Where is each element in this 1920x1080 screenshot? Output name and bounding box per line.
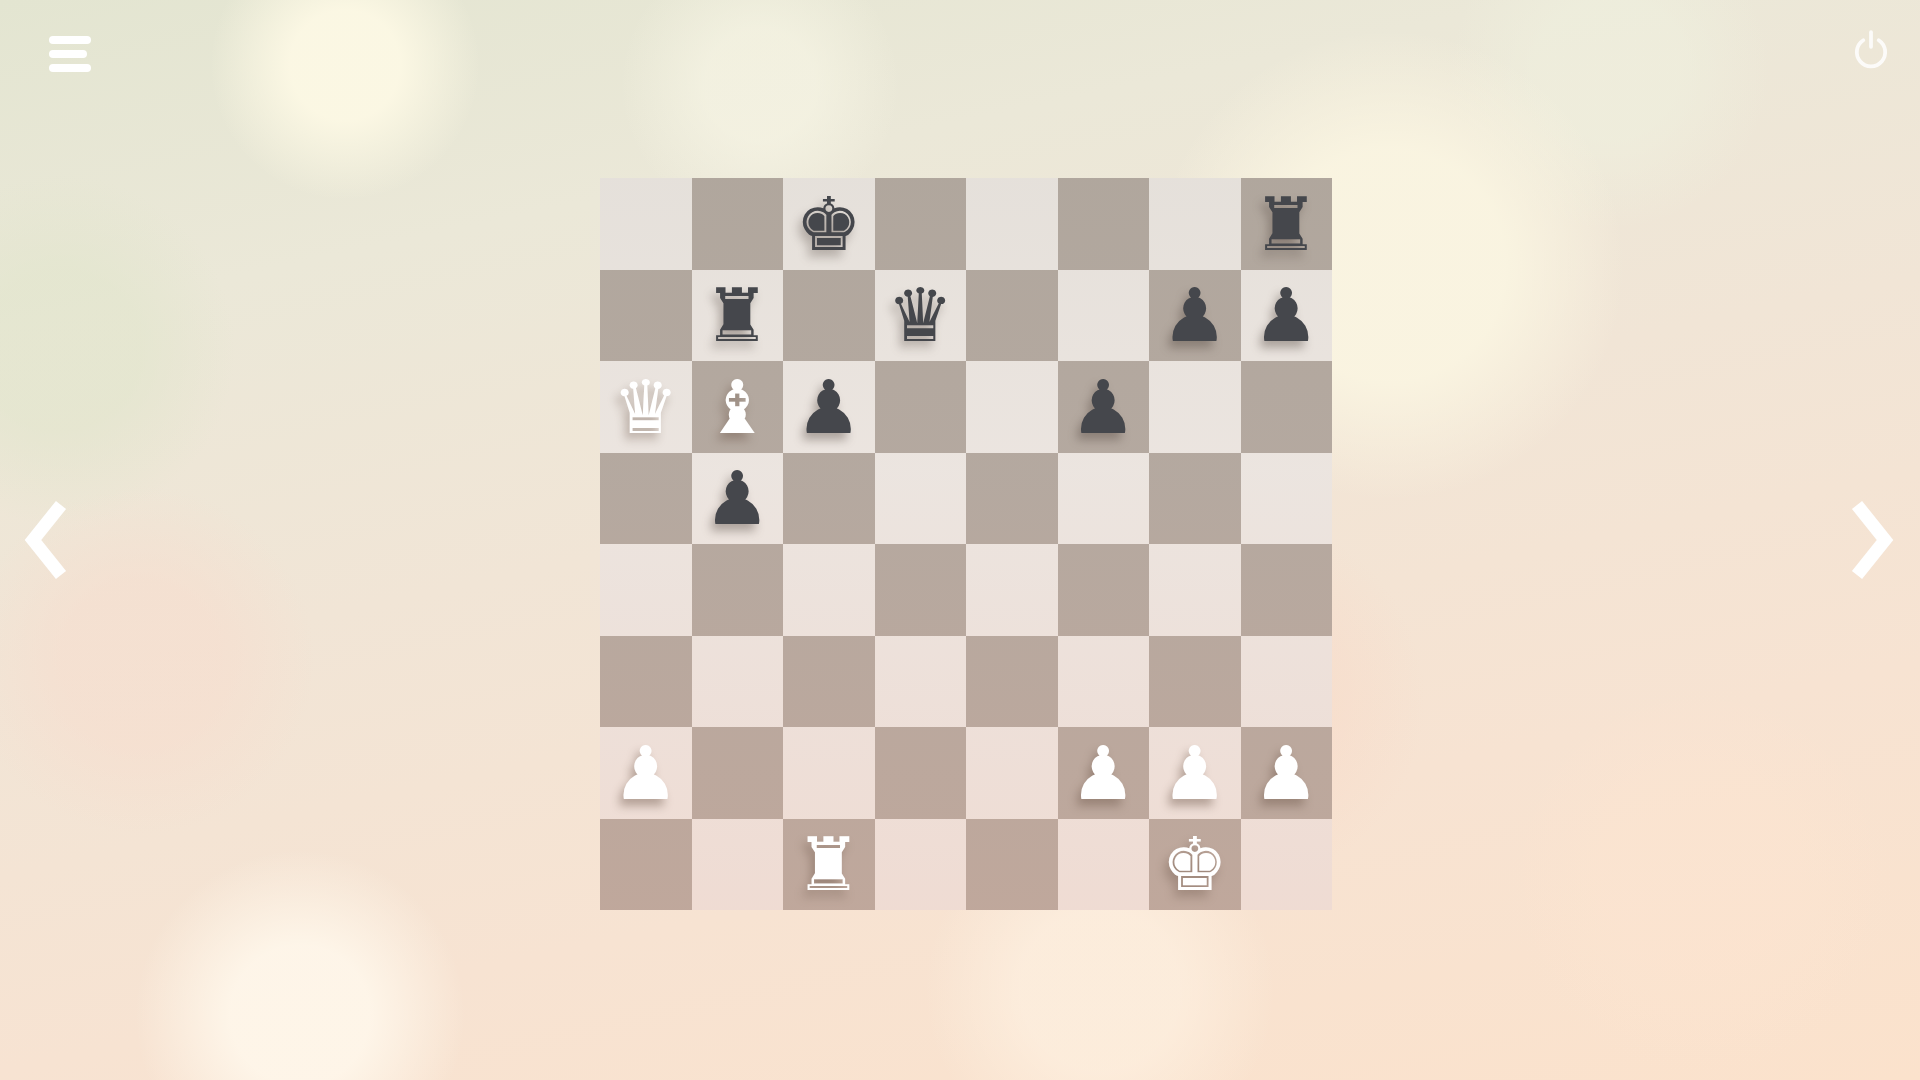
power-icon [1850,59,1892,74]
black-queen-d7[interactable]: ♛ [875,270,967,362]
white-bishop-b6[interactable]: ♝ [692,361,784,453]
next-puzzle-button[interactable] [1848,498,1896,585]
menu-button[interactable] [49,36,91,78]
power-button[interactable] [1850,29,1892,74]
black-rook-h8[interactable]: ♜ [1241,178,1333,270]
white-pawn-a2[interactable]: ♟ [600,727,692,819]
white-pawn-g2[interactable]: ♟ [1149,727,1241,819]
chevron-left-icon [22,570,70,585]
black-pawn-g7[interactable]: ♟ [1149,270,1241,362]
black-rook-b7[interactable]: ♜ [692,270,784,362]
chess-board[interactable]: ♚♜♜♛♟♟♛♝♟♟♟♟♟♟♟♜♚ [600,178,1332,910]
board-pieces: ♚♜♜♛♟♟♛♝♟♟♟♟♟♟♟♜♚ [600,178,1332,910]
black-pawn-b5[interactable]: ♟ [692,453,784,545]
black-king-c8[interactable]: ♚ [783,178,875,270]
previous-puzzle-button[interactable] [22,498,70,585]
black-pawn-f6[interactable]: ♟ [1058,361,1150,453]
black-pawn-h7[interactable]: ♟ [1241,270,1333,362]
white-queen-a6[interactable]: ♛ [600,361,692,453]
hamburger-icon [49,36,91,72]
white-rook-c1[interactable]: ♜ [783,819,875,911]
white-pawn-f2[interactable]: ♟ [1058,727,1150,819]
white-king-g1[interactable]: ♚ [1149,819,1241,911]
black-pawn-c6[interactable]: ♟ [783,361,875,453]
white-pawn-h2[interactable]: ♟ [1241,727,1333,819]
chevron-right-icon [1848,570,1896,585]
